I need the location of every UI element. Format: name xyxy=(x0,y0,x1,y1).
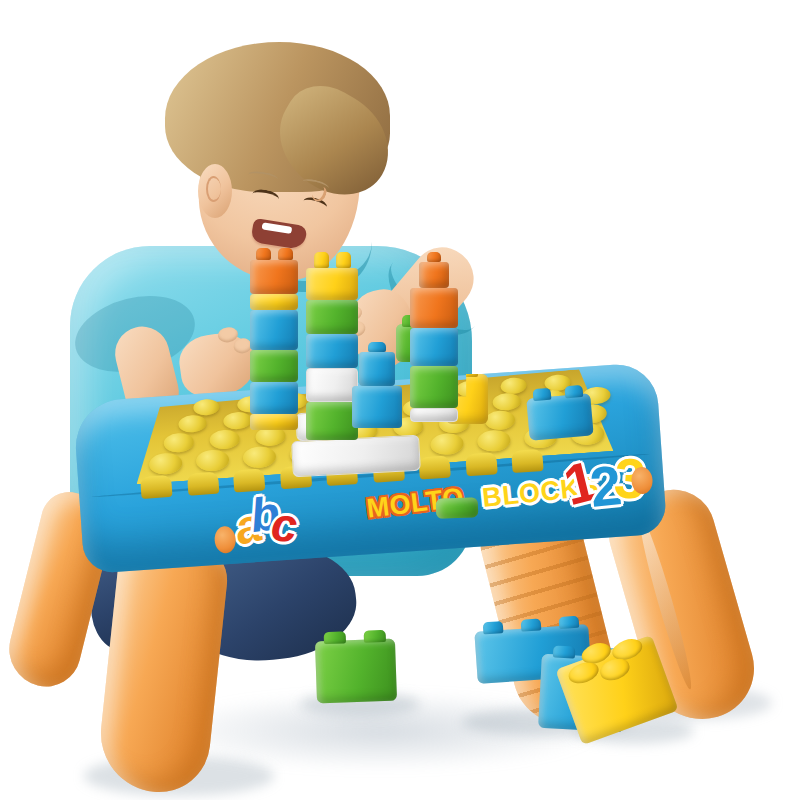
leg-groove-highlight xyxy=(634,514,697,691)
table-edge-bump xyxy=(140,475,172,499)
table-edge-bump xyxy=(186,472,218,496)
finger xyxy=(233,337,253,354)
rivet xyxy=(214,526,237,554)
table-stud xyxy=(582,386,611,405)
child-ear xyxy=(198,164,232,218)
brand-abc: abc xyxy=(236,488,350,556)
table-edge-bump xyxy=(465,452,497,476)
table-edge-bump xyxy=(326,462,358,486)
child-teeth xyxy=(262,222,293,234)
block-shadow xyxy=(300,692,420,716)
product-photo: abc MOLTO BLOCKS 123 xyxy=(0,0,800,800)
block-shadow xyxy=(574,718,694,744)
block-stud xyxy=(364,630,386,643)
brand-word-molto: MOLTO xyxy=(365,480,466,526)
table-edge-bump xyxy=(233,468,265,492)
table-edge-bump xyxy=(418,455,450,479)
brand-letter-c: c xyxy=(270,497,296,554)
table-stud xyxy=(576,403,607,424)
table-edge-bump xyxy=(279,465,311,489)
brand-123: 123 xyxy=(565,445,673,516)
ear-inner-line xyxy=(206,176,221,202)
table-edge-bump xyxy=(372,459,404,483)
table-edge-bump xyxy=(511,449,543,473)
